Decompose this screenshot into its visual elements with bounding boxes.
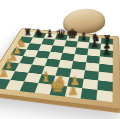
board-frame: ♜♞♝♛♚♝♞♜♟♟♞♟♟♟♝♟♝♟♟♜♚♟ bbox=[0, 29, 120, 113]
piece-black-king[interactable]: ♚ bbox=[66, 28, 78, 41]
piece-black-pawn[interactable]: ♟ bbox=[102, 47, 111, 57]
piece-black-pawn[interactable]: ♟ bbox=[90, 40, 98, 49]
square-f8[interactable]: ♝ bbox=[78, 36, 90, 43]
piece-white-king[interactable]: ♚ bbox=[49, 78, 65, 96]
square-f4[interactable] bbox=[71, 61, 86, 70]
piece-white-pawn[interactable]: ♟ bbox=[67, 85, 78, 97]
square-e8[interactable]: ♚ bbox=[66, 35, 79, 42]
chess-set-scene: ♜♞♝♛♚♝♞♜♟♟♞♟♟♟♝♟♝♟♟♜♚♟ bbox=[0, 29, 120, 113]
photo-background: ♜♞♝♛♚♝♞♜♟♟♞♟♟♟♝♟♝♟♟♜♚♟ bbox=[0, 0, 120, 119]
piece-black-bishop[interactable]: ♝ bbox=[45, 29, 54, 39]
square-g1[interactable] bbox=[81, 88, 98, 100]
board[interactable]: ♜♞♝♛♚♝♞♜♟♟♞♟♟♟♝♟♝♟♟♜♚♟ bbox=[0, 31, 113, 102]
square-d5[interactable] bbox=[48, 52, 63, 60]
piece-black-rook[interactable]: ♜ bbox=[23, 28, 32, 37]
square-h4[interactable] bbox=[99, 64, 113, 73]
square-h1[interactable] bbox=[96, 90, 112, 102]
piece-black-bishop[interactable]: ♝ bbox=[79, 31, 89, 42]
square-f1[interactable]: ♟ bbox=[65, 86, 82, 98]
piece-black-knight[interactable]: ♞ bbox=[34, 28, 43, 38]
piece-black-queen[interactable]: ♛ bbox=[55, 28, 66, 40]
square-h6[interactable]: ♟ bbox=[100, 50, 113, 58]
piece-white-rook[interactable]: ♜ bbox=[0, 76, 4, 89]
square-h5[interactable] bbox=[99, 57, 112, 66]
square-e1[interactable]: ♚ bbox=[50, 85, 68, 97]
